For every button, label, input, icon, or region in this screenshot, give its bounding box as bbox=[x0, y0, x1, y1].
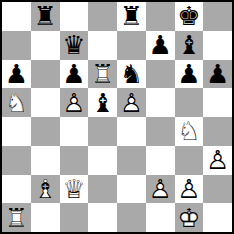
piece-fill: ♜ bbox=[31, 2, 60, 31]
square-f8[interactable] bbox=[146, 2, 175, 31]
chess-board: ♜♜♚♛♟♝♟♟♜♖♞♟♟♞♘♟♙♝♟♙♞♘♟♙♝♗♛♕♟♙♟♙♜♖♚♔ bbox=[0, 0, 234, 234]
piece-outline: ♙ bbox=[203, 146, 232, 175]
black-rook: ♜ bbox=[117, 2, 146, 31]
white-king: ♚♔ bbox=[175, 203, 204, 232]
piece-fill: ♝ bbox=[88, 88, 117, 117]
piece-fill: ♝ bbox=[175, 31, 204, 60]
square-c3[interactable] bbox=[60, 146, 89, 175]
square-g8[interactable]: ♚ bbox=[175, 2, 204, 31]
square-a5[interactable]: ♞♘ bbox=[2, 88, 31, 117]
white-pawn: ♟♙ bbox=[175, 175, 204, 204]
square-h8[interactable] bbox=[203, 2, 232, 31]
square-b6[interactable] bbox=[31, 60, 60, 89]
black-rook: ♜ bbox=[31, 2, 60, 31]
black-bishop: ♝ bbox=[175, 31, 204, 60]
white-pawn: ♟♙ bbox=[60, 88, 89, 117]
square-d6[interactable]: ♜♖ bbox=[88, 60, 117, 89]
piece-outline: ♖ bbox=[88, 60, 117, 89]
piece-outline: ♗ bbox=[31, 175, 60, 204]
square-f4[interactable] bbox=[146, 117, 175, 146]
square-c6[interactable]: ♟ bbox=[60, 60, 89, 89]
square-h5[interactable] bbox=[203, 88, 232, 117]
square-e4[interactable] bbox=[117, 117, 146, 146]
square-a4[interactable] bbox=[2, 117, 31, 146]
black-pawn: ♟ bbox=[2, 60, 31, 89]
white-pawn: ♟♙ bbox=[146, 175, 175, 204]
piece-outline: ♔ bbox=[175, 203, 204, 232]
black-bishop: ♝ bbox=[88, 88, 117, 117]
piece-fill: ♚ bbox=[175, 2, 204, 31]
square-c4[interactable] bbox=[60, 117, 89, 146]
square-g6[interactable]: ♟ bbox=[175, 60, 204, 89]
square-b8[interactable]: ♜ bbox=[31, 2, 60, 31]
square-e7[interactable] bbox=[117, 31, 146, 60]
square-e8[interactable]: ♜ bbox=[117, 2, 146, 31]
square-h3[interactable]: ♟♙ bbox=[203, 146, 232, 175]
square-f5[interactable] bbox=[146, 88, 175, 117]
square-f6[interactable] bbox=[146, 60, 175, 89]
square-c5[interactable]: ♟♙ bbox=[60, 88, 89, 117]
piece-fill: ♟ bbox=[175, 60, 204, 89]
square-a8[interactable] bbox=[2, 2, 31, 31]
square-a2[interactable] bbox=[2, 175, 31, 204]
square-c1[interactable] bbox=[60, 203, 89, 232]
square-g7[interactable]: ♝ bbox=[175, 31, 204, 60]
square-a7[interactable] bbox=[2, 31, 31, 60]
piece-outline: ♘ bbox=[2, 88, 31, 117]
square-g1[interactable]: ♚♔ bbox=[175, 203, 204, 232]
black-knight: ♞ bbox=[117, 60, 146, 89]
piece-fill: ♟ bbox=[60, 60, 89, 89]
piece-fill: ♟ bbox=[203, 60, 232, 89]
square-b5[interactable] bbox=[31, 88, 60, 117]
white-rook: ♜♖ bbox=[2, 203, 31, 232]
white-rook: ♜♖ bbox=[88, 60, 117, 89]
square-b3[interactable] bbox=[31, 146, 60, 175]
square-e6[interactable]: ♞ bbox=[117, 60, 146, 89]
square-h6[interactable]: ♟ bbox=[203, 60, 232, 89]
square-b4[interactable] bbox=[31, 117, 60, 146]
square-c7[interactable]: ♛ bbox=[60, 31, 89, 60]
square-f2[interactable]: ♟♙ bbox=[146, 175, 175, 204]
white-pawn: ♟♙ bbox=[203, 146, 232, 175]
piece-outline: ♕ bbox=[60, 175, 89, 204]
square-b2[interactable]: ♝♗ bbox=[31, 175, 60, 204]
black-queen: ♛ bbox=[60, 31, 89, 60]
piece-outline: ♘ bbox=[175, 117, 204, 146]
piece-outline: ♖ bbox=[2, 203, 31, 232]
square-h1[interactable] bbox=[203, 203, 232, 232]
piece-fill: ♟ bbox=[2, 60, 31, 89]
piece-fill: ♛ bbox=[60, 31, 89, 60]
square-g5[interactable] bbox=[175, 88, 204, 117]
square-b1[interactable] bbox=[31, 203, 60, 232]
white-bishop: ♝♗ bbox=[31, 175, 60, 204]
piece-outline: ♙ bbox=[146, 175, 175, 204]
black-pawn: ♟ bbox=[60, 60, 89, 89]
square-e1[interactable] bbox=[117, 203, 146, 232]
square-a6[interactable]: ♟ bbox=[2, 60, 31, 89]
square-d1[interactable] bbox=[88, 203, 117, 232]
square-c8[interactable] bbox=[60, 2, 89, 31]
square-f7[interactable]: ♟ bbox=[146, 31, 175, 60]
square-e3[interactable] bbox=[117, 146, 146, 175]
white-pawn: ♟♙ bbox=[117, 88, 146, 117]
square-b7[interactable] bbox=[31, 31, 60, 60]
square-g2[interactable]: ♟♙ bbox=[175, 175, 204, 204]
square-d5[interactable]: ♝ bbox=[88, 88, 117, 117]
square-h4[interactable] bbox=[203, 117, 232, 146]
square-e2[interactable] bbox=[117, 175, 146, 204]
white-knight: ♞♘ bbox=[175, 117, 204, 146]
square-d3[interactable] bbox=[88, 146, 117, 175]
square-e5[interactable]: ♟♙ bbox=[117, 88, 146, 117]
square-g3[interactable] bbox=[175, 146, 204, 175]
square-h2[interactable] bbox=[203, 175, 232, 204]
black-pawn: ♟ bbox=[146, 31, 175, 60]
square-h7[interactable] bbox=[203, 31, 232, 60]
piece-fill: ♟ bbox=[146, 31, 175, 60]
piece-fill: ♜ bbox=[117, 2, 146, 31]
square-g4[interactable]: ♞♘ bbox=[175, 117, 204, 146]
piece-outline: ♙ bbox=[175, 175, 204, 204]
piece-outline: ♙ bbox=[60, 88, 89, 117]
square-c2[interactable]: ♛♕ bbox=[60, 175, 89, 204]
square-a1[interactable]: ♜♖ bbox=[2, 203, 31, 232]
square-f1[interactable] bbox=[146, 203, 175, 232]
black-pawn: ♟ bbox=[203, 60, 232, 89]
square-d2[interactable] bbox=[88, 175, 117, 204]
square-d8[interactable] bbox=[88, 2, 117, 31]
square-a3[interactable] bbox=[2, 146, 31, 175]
square-d4[interactable] bbox=[88, 117, 117, 146]
white-knight: ♞♘ bbox=[2, 88, 31, 117]
white-queen: ♛♕ bbox=[60, 175, 89, 204]
black-king: ♚ bbox=[175, 2, 204, 31]
piece-fill: ♞ bbox=[117, 60, 146, 89]
piece-outline: ♙ bbox=[117, 88, 146, 117]
black-pawn: ♟ bbox=[175, 60, 204, 89]
square-d7[interactable] bbox=[88, 31, 117, 60]
square-f3[interactable] bbox=[146, 146, 175, 175]
